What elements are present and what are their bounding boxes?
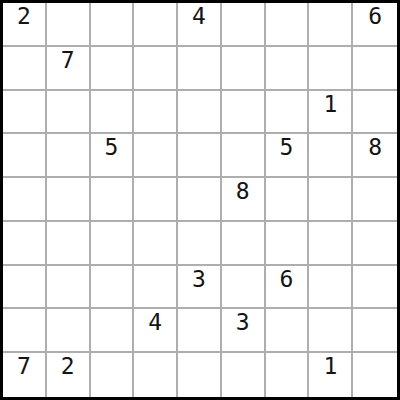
grid-cell[interactable] <box>91 3 135 47</box>
grid-cell[interactable] <box>3 309 47 353</box>
grid-cell[interactable] <box>134 3 178 47</box>
grid-cell[interactable] <box>309 222 353 266</box>
grid-cell[interactable] <box>134 178 178 222</box>
grid-cell[interactable] <box>353 91 397 135</box>
grid-cell[interactable] <box>222 91 266 135</box>
grid-cell[interactable] <box>91 266 135 310</box>
grid-cell[interactable] <box>91 309 135 353</box>
grid-cell[interactable]: 3 <box>178 266 222 310</box>
grid-cell[interactable] <box>309 47 353 91</box>
grid-cell[interactable] <box>309 134 353 178</box>
grid-cell[interactable] <box>178 353 222 397</box>
grid-cell[interactable]: 7 <box>47 47 91 91</box>
grid-cell[interactable] <box>47 309 91 353</box>
grid-cell[interactable] <box>266 47 310 91</box>
grid-cell[interactable] <box>266 309 310 353</box>
grid-cell[interactable] <box>309 266 353 310</box>
grid-cell[interactable] <box>3 178 47 222</box>
grid-cell[interactable] <box>222 47 266 91</box>
grid-cell[interactable] <box>222 222 266 266</box>
grid-cell[interactable]: 1 <box>309 353 353 397</box>
grid-cell[interactable] <box>222 266 266 310</box>
grid-cell[interactable] <box>178 222 222 266</box>
grid-cell[interactable] <box>3 134 47 178</box>
grid-cell[interactable] <box>3 91 47 135</box>
grid-cell[interactable] <box>47 178 91 222</box>
grid-cell[interactable] <box>91 91 135 135</box>
grid-cell[interactable] <box>91 222 135 266</box>
grid-cell[interactable] <box>134 266 178 310</box>
grid-cell[interactable] <box>134 353 178 397</box>
grid-cell[interactable]: 5 <box>266 134 310 178</box>
grid-cell[interactable]: 4 <box>134 309 178 353</box>
grid-cell[interactable] <box>222 3 266 47</box>
grid-cell[interactable] <box>134 91 178 135</box>
grid-cell[interactable] <box>353 266 397 310</box>
grid-cell[interactable] <box>178 134 222 178</box>
grid-cell[interactable] <box>353 353 397 397</box>
grid-cell[interactable] <box>266 353 310 397</box>
grid-cell[interactable] <box>178 47 222 91</box>
grid-cell[interactable] <box>353 178 397 222</box>
grid-cell[interactable] <box>353 309 397 353</box>
grid-cell[interactable] <box>3 266 47 310</box>
grid-cell[interactable]: 8 <box>222 178 266 222</box>
grid-cell[interactable] <box>91 178 135 222</box>
grid-cell[interactable] <box>222 134 266 178</box>
grid-cell[interactable] <box>47 222 91 266</box>
grid-cell[interactable] <box>309 3 353 47</box>
grid-cell[interactable]: 3 <box>222 309 266 353</box>
grid-cell[interactable] <box>178 178 222 222</box>
grid-cell[interactable] <box>353 47 397 91</box>
grid-cell[interactable]: 4 <box>178 3 222 47</box>
grid-cell[interactable]: 2 <box>3 3 47 47</box>
grid-cell[interactable] <box>266 222 310 266</box>
grid-cell[interactable] <box>47 134 91 178</box>
grid-cell[interactable] <box>47 3 91 47</box>
grid-cell[interactable] <box>178 309 222 353</box>
grid-cell[interactable]: 2 <box>47 353 91 397</box>
grid-cell[interactable] <box>353 222 397 266</box>
grid-cell[interactable] <box>3 222 47 266</box>
grid-cell[interactable]: 5 <box>91 134 135 178</box>
grid-cell[interactable]: 6 <box>266 266 310 310</box>
grid-cell[interactable]: 8 <box>353 134 397 178</box>
grid-cell[interactable] <box>134 47 178 91</box>
grid-cell[interactable] <box>134 134 178 178</box>
grid-cell[interactable] <box>47 266 91 310</box>
grid-cell[interactable] <box>266 91 310 135</box>
grid-cell[interactable] <box>309 309 353 353</box>
grid-cell[interactable] <box>178 91 222 135</box>
grid-cell[interactable]: 7 <box>3 353 47 397</box>
grid-cell[interactable] <box>91 47 135 91</box>
grid-cell[interactable] <box>3 47 47 91</box>
grid-cell[interactable] <box>134 222 178 266</box>
grid-cell[interactable] <box>91 353 135 397</box>
grid-cell[interactable] <box>266 178 310 222</box>
grid-cell[interactable] <box>309 178 353 222</box>
grid-cell[interactable] <box>222 353 266 397</box>
puzzle-board: 2467155883643721 <box>0 0 400 400</box>
grid-cell[interactable] <box>47 91 91 135</box>
grid-cell[interactable]: 6 <box>353 3 397 47</box>
grid-cell[interactable]: 1 <box>309 91 353 135</box>
grid-cell[interactable] <box>266 3 310 47</box>
